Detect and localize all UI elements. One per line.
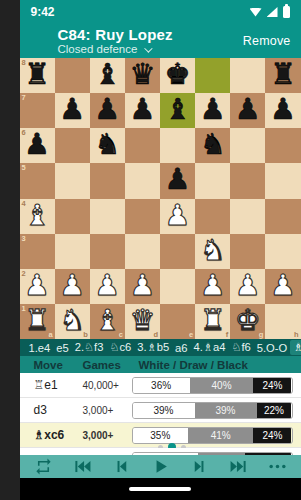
last-move-button[interactable]: [223, 455, 253, 478]
previous-move-icon: [112, 457, 131, 476]
remove-button[interactable]: Remove: [243, 34, 291, 48]
black-pawn-h7[interactable]: ♟: [270, 95, 296, 124]
draw-percent: 40%: [190, 378, 254, 393]
square-e1[interactable]: e: [160, 304, 195, 339]
square-b1[interactable]: b♞: [55, 304, 90, 339]
square-c1[interactable]: c♝: [90, 304, 125, 339]
status-time: 9:42: [31, 5, 55, 19]
square-h6[interactable]: [265, 128, 300, 163]
black-percent: 24%: [253, 378, 291, 393]
play-icon: [151, 457, 170, 476]
square-b6[interactable]: [55, 128, 90, 163]
white-knight-b1[interactable]: ♞: [59, 306, 85, 335]
battery-icon: [283, 6, 290, 18]
square-g7[interactable]: ♟: [230, 93, 265, 128]
black-pawn-b7[interactable]: ♟: [59, 95, 85, 124]
row-games: 3,000+: [83, 405, 132, 416]
square-a3[interactable]: 3: [20, 234, 55, 269]
first-move-icon: [73, 457, 92, 476]
square-f7[interactable]: ♟: [195, 93, 230, 128]
result-bar: 35%41%24%: [132, 427, 293, 444]
column-header-result: White / Draw / Black: [139, 359, 301, 371]
white-pawn-b2[interactable]: ♟: [59, 271, 85, 300]
black-percent: 22%: [257, 403, 292, 418]
app-window: 9:42 C84: Ruy Lopez Closed defence Remov…: [20, 0, 301, 500]
black-queen-d8[interactable]: ♛: [129, 60, 155, 89]
square-h2[interactable]: ♟: [265, 269, 300, 304]
square-c4[interactable]: [90, 199, 125, 234]
chevron-down-icon: [145, 44, 153, 52]
move-token-3[interactable]: ♘c6: [106, 340, 134, 355]
square-e6[interactable]: [160, 128, 195, 163]
square-d3[interactable]: [125, 234, 160, 269]
rank-label-3: 3: [22, 235, 26, 243]
next-move-button[interactable]: [184, 455, 214, 478]
black-pawn-a6[interactable]: ♟: [24, 130, 50, 159]
square-g4[interactable]: [230, 199, 265, 234]
square-b5[interactable]: [55, 163, 90, 198]
row-move: ♗xc6: [20, 428, 83, 442]
square-c6[interactable]: ♞: [90, 128, 125, 163]
black-pawn-g7[interactable]: ♟: [235, 95, 261, 124]
square-e3[interactable]: [160, 234, 195, 269]
explorer-row-3[interactable]: ♗xc63,000+35%41%24%: [20, 423, 301, 448]
wifi-icon: [250, 8, 262, 17]
row-games: 3,000+: [83, 430, 132, 441]
first-move-button[interactable]: [67, 455, 97, 478]
square-h7[interactable]: ♟: [265, 93, 300, 128]
square-h4[interactable]: [265, 199, 300, 234]
white-knight-f3[interactable]: ♞: [200, 236, 226, 265]
home-indicator[interactable]: [129, 487, 191, 491]
square-b8[interactable]: [55, 58, 90, 93]
white-pawn-g2[interactable]: ♟: [235, 271, 261, 300]
android-navigation-bar: [20, 478, 301, 500]
flip-board-button[interactable]: [28, 455, 58, 478]
square-d1[interactable]: d♛: [125, 304, 160, 339]
white-king-g1[interactable]: ♚: [235, 306, 261, 335]
white-pawn-h2[interactable]: ♟: [270, 271, 296, 300]
next-move-icon: [190, 457, 209, 476]
square-a8[interactable]: 8♜: [20, 58, 55, 93]
black-pawn-e5[interactable]: ♟: [165, 165, 191, 194]
black-pawn-c7[interactable]: ♟: [94, 95, 120, 124]
white-rook-f1[interactable]: ♜: [200, 306, 226, 335]
square-a5[interactable]: 5: [20, 163, 55, 198]
column-header-games: Games: [83, 359, 139, 371]
opening-variation-label: Closed defence: [58, 43, 138, 56]
explorer-table-header: Move Games White / Draw / Black: [20, 356, 301, 373]
square-c8[interactable]: ♝: [90, 58, 125, 93]
square-e7[interactable]: ♝: [160, 93, 195, 128]
square-c7[interactable]: ♟: [90, 93, 125, 128]
square-f3[interactable]: ♞: [195, 234, 230, 269]
square-a7[interactable]: 7: [20, 93, 55, 128]
white-bishop-a4[interactable]: ♝: [24, 201, 50, 230]
square-c3[interactable]: [90, 234, 125, 269]
black-knight-c6[interactable]: ♞: [94, 130, 120, 159]
move-token-1[interactable]: e5: [53, 341, 71, 355]
black-rook-h8[interactable]: ♜: [270, 60, 296, 89]
square-a4[interactable]: 4♝: [20, 199, 55, 234]
square-f6[interactable]: ♞: [195, 128, 230, 163]
black-king-e8[interactable]: ♚: [165, 60, 191, 89]
move-token-6[interactable]: 4.♗a4: [191, 340, 229, 355]
black-rook-a8[interactable]: ♜: [24, 60, 50, 89]
square-f5[interactable]: [195, 163, 230, 198]
last-move-icon: [229, 457, 248, 476]
white-queen-d1[interactable]: ♛: [129, 306, 155, 335]
move-token-4[interactable]: 3.♗b5: [134, 340, 172, 355]
square-b7[interactable]: ♟: [55, 93, 90, 128]
row-games: 40,000+: [83, 380, 132, 391]
move-token-2[interactable]: 2.♘f3: [72, 340, 107, 355]
square-a1[interactable]: 1a♜: [20, 304, 55, 339]
move-token-0[interactable]: 1.e4: [26, 341, 54, 355]
square-d5[interactable]: [125, 163, 160, 198]
square-d4[interactable]: [125, 199, 160, 234]
square-g8[interactable]: [230, 58, 265, 93]
black-pawn-f7[interactable]: ♟: [200, 95, 226, 124]
square-e2[interactable]: [160, 269, 195, 304]
square-g1[interactable]: g♚: [230, 304, 265, 339]
square-e5[interactable]: ♟: [160, 163, 195, 198]
white-pawn-c2[interactable]: ♟: [94, 271, 120, 300]
square-d2[interactable]: ♟: [125, 269, 160, 304]
draw-percent: 39%: [195, 403, 257, 418]
square-h1[interactable]: h: [265, 304, 300, 339]
square-h5[interactable]: [265, 163, 300, 198]
square-g3[interactable]: [230, 234, 265, 269]
black-knight-f6[interactable]: ♞: [200, 130, 226, 159]
cell-signal-icon: [267, 7, 278, 17]
square-b2[interactable]: ♟: [55, 269, 90, 304]
flip-board-icon: [34, 457, 53, 476]
rank-label-5: 5: [22, 164, 26, 172]
square-h8[interactable]: ♜: [265, 58, 300, 93]
square-d8[interactable]: ♛: [125, 58, 160, 93]
black-pawn-d7[interactable]: ♟: [129, 95, 155, 124]
draw-percent: 41%: [188, 428, 253, 443]
file-label-f: f: [226, 331, 229, 339]
white-percent: 36%: [133, 378, 190, 393]
white-pawn-e4[interactable]: ♟: [165, 201, 191, 230]
white-rook-a1[interactable]: ♜: [24, 306, 50, 335]
row-move: ♖e1: [20, 378, 83, 392]
more-options-icon: [268, 457, 287, 476]
column-header-move: Move: [20, 359, 83, 371]
play-button[interactable]: [145, 455, 175, 478]
square-c2[interactable]: ♟: [90, 269, 125, 304]
app-bar: C84: Ruy Lopez Closed defence Remove: [20, 24, 301, 58]
white-percent: 39%: [133, 403, 195, 418]
square-b3[interactable]: [55, 234, 90, 269]
result-bar: 36%40%24%: [132, 377, 293, 394]
square-b4[interactable]: [55, 199, 90, 234]
move-list-bar[interactable]: 1.e4e52.♘f3♘c63.♗b5a64.♗a4♘f65.O-O♗e7: [20, 339, 301, 356]
black-bishop-e7[interactable]: ♝: [165, 95, 191, 124]
square-f4[interactable]: [195, 199, 230, 234]
explorer-row-1[interactable]: ♖e140,000+36%40%24%: [20, 373, 301, 398]
white-bishop-c1[interactable]: ♝: [94, 306, 120, 335]
white-pawn-d2[interactable]: ♟: [129, 271, 155, 300]
square-e4[interactable]: ♟: [160, 199, 195, 234]
previous-move-button[interactable]: [106, 455, 136, 478]
chess-board[interactable]: 8♜♝♛♚♜7♟♟♟♝♟♟♟6♟♞♞5♟4♝♟3♞2♟♟♟♟♟♟♟1a♜b♞c♝…: [20, 58, 301, 339]
move-token-8[interactable]: 5.O-O: [254, 341, 290, 355]
square-g6[interactable]: [230, 128, 265, 163]
explorer-row-2[interactable]: d33,000+39%39%22%: [20, 398, 301, 423]
square-d6[interactable]: [125, 128, 160, 163]
status-bar: 9:42: [20, 0, 301, 24]
row-move: d3: [20, 403, 83, 417]
white-pawn-a2[interactable]: ♟: [24, 271, 50, 300]
square-f8[interactable]: [195, 58, 230, 93]
move-token-5[interactable]: a6: [172, 341, 190, 355]
more-options-button[interactable]: [262, 455, 292, 478]
move-token-9[interactable]: ♗e7: [290, 340, 300, 355]
square-c5[interactable]: [90, 163, 125, 198]
black-percent: 24%: [253, 428, 291, 443]
square-f2[interactable]: ♟: [195, 269, 230, 304]
result-bar: 39%39%22%: [132, 402, 293, 419]
status-icons: [250, 6, 290, 18]
black-bishop-c8[interactable]: ♝: [94, 60, 120, 89]
square-g5[interactable]: [230, 163, 265, 198]
playback-toolbar: [20, 455, 301, 478]
file-label-h: h: [294, 331, 299, 339]
square-a6[interactable]: 6♟: [20, 128, 55, 163]
file-label-e: e: [189, 331, 193, 339]
white-pawn-f2[interactable]: ♟: [200, 271, 226, 300]
square-d7[interactable]: ♟: [125, 93, 160, 128]
square-e8[interactable]: ♚: [160, 58, 195, 93]
square-a2[interactable]: 2♟: [20, 269, 55, 304]
rank-label-7: 7: [22, 94, 26, 102]
square-h3[interactable]: [265, 234, 300, 269]
square-g2[interactable]: ♟: [230, 269, 265, 304]
square-f1[interactable]: f♜: [195, 304, 230, 339]
white-percent: 35%: [133, 428, 189, 443]
move-token-7[interactable]: ♘f6: [228, 340, 253, 355]
